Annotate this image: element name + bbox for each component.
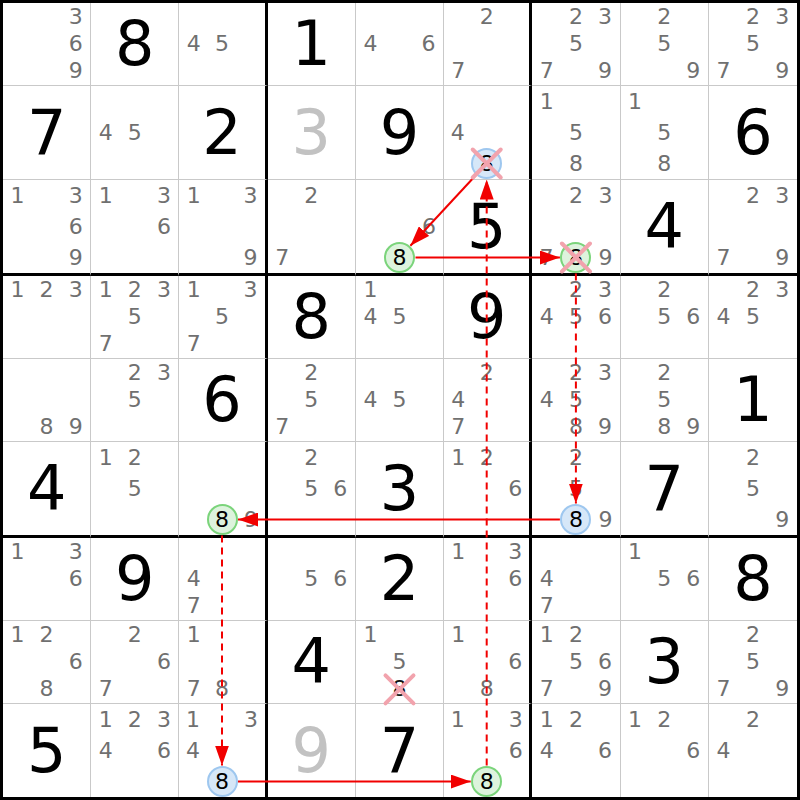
candidate-5[interactable]: 5	[304, 478, 318, 500]
candidate-5[interactable]: 5	[657, 389, 671, 411]
cell-r7c6[interactable]: 136	[444, 538, 532, 621]
cell-r3c8[interactable]: 4	[621, 180, 709, 276]
chain-node-green-8[interactable]: 8	[207, 504, 238, 535]
candidate-2[interactable]: 2	[746, 279, 760, 301]
candidate-1[interactable]: 1	[187, 185, 201, 207]
candidate-5[interactable]: 5	[392, 651, 406, 673]
candidate-9[interactable]: 9	[69, 247, 83, 269]
cell-r9c3[interactable]: 1348	[179, 704, 267, 797]
candidate-6[interactable]: 6	[157, 651, 171, 673]
candidate-2[interactable]: 2	[569, 6, 583, 28]
cell-r7c2[interactable]: 9	[91, 538, 179, 621]
candidate-5[interactable]: 5	[215, 306, 229, 328]
candidate-6[interactable]: 6	[598, 740, 612, 762]
candidate-9[interactable]: 9	[243, 247, 257, 269]
cell-r6c7[interactable]: 2589	[532, 442, 620, 538]
candidate-6[interactable]: 6	[333, 478, 347, 500]
pencil-marks: 1268	[3, 621, 90, 703]
pencil-marks: 168	[444, 621, 529, 703]
solved-digit: 6	[179, 359, 264, 441]
candidate-1[interactable]: 1	[451, 624, 465, 646]
cell-r1c1[interactable]: 369	[3, 3, 91, 86]
candidate-5[interactable]: 5	[746, 33, 760, 55]
candidate-6[interactable]: 6	[508, 478, 522, 500]
candidate-5[interactable]: 5	[128, 478, 142, 500]
candidate-7[interactable]: 7	[187, 678, 201, 700]
candidate-2[interactable]: 2	[569, 447, 583, 469]
candidate-9[interactable]: 9	[598, 678, 612, 700]
candidate-9[interactable]: 9	[775, 678, 789, 700]
candidate-6[interactable]: 6	[69, 568, 83, 590]
cell-r6c8[interactable]: 7	[621, 442, 709, 538]
cell-r8c4[interactable]: 4	[268, 621, 356, 704]
cell-r5c5[interactable]: 45	[356, 359, 444, 442]
candidate-7[interactable]: 7	[99, 333, 113, 355]
candidate-5[interactable]: 5	[304, 389, 318, 411]
cell-r6c1[interactable]: 4	[3, 442, 91, 538]
candidate-1[interactable]: 1	[628, 91, 642, 113]
cell-r8c9[interactable]: 2579	[709, 621, 797, 704]
placed-digit: 3	[268, 86, 355, 179]
candidate-4[interactable]: 4	[540, 568, 554, 590]
cell-r8c6[interactable]: 168	[444, 621, 532, 704]
candidate-5[interactable]: 5	[746, 306, 760, 328]
candidate-4[interactable]: 4	[451, 389, 465, 411]
pencil-marks: 23456	[532, 276, 619, 358]
candidate-7[interactable]: 7	[540, 60, 554, 82]
candidate-9[interactable]: 9	[598, 509, 612, 531]
candidate-2[interactable]: 2	[480, 362, 494, 384]
candidate-7[interactable]: 7	[540, 678, 554, 700]
solved-digit: 7	[3, 86, 90, 179]
candidate-5[interactable]: 5	[657, 306, 671, 328]
candidate-6[interactable]: 6	[686, 568, 700, 590]
candidate-4[interactable]: 4	[716, 740, 730, 762]
cell-r4c8[interactable]: 256	[621, 276, 709, 359]
cell-r4c6[interactable]: 9	[444, 276, 532, 359]
cell-r4c1[interactable]: 123	[3, 276, 91, 359]
candidate-5[interactable]: 5	[746, 478, 760, 500]
cell-r7c5[interactable]: 2	[356, 538, 444, 621]
cell-r1c7[interactable]: 23579	[532, 3, 620, 86]
candidate-7[interactable]: 7	[716, 678, 730, 700]
cell-r8c5[interactable]: 158	[356, 621, 444, 704]
candidate-2[interactable]: 2	[746, 6, 760, 28]
cell-r1c2[interactable]: 8	[91, 3, 179, 86]
candidate-1[interactable]: 1	[187, 624, 201, 646]
candidate-2[interactable]: 2	[304, 185, 318, 207]
candidate-2[interactable]: 2	[746, 447, 760, 469]
candidate-4[interactable]: 4	[451, 122, 465, 144]
cell-r6c6[interactable]: 126	[444, 442, 532, 538]
candidate-9[interactable]: 9	[69, 416, 83, 438]
cell-r4c7[interactable]: 23456	[532, 276, 620, 359]
pencil-marks: 136	[444, 538, 529, 620]
candidate-2[interactable]: 2	[480, 447, 494, 469]
candidate-2[interactable]: 2	[304, 362, 318, 384]
candidate-8[interactable]: 8	[40, 416, 54, 438]
candidate-9[interactable]: 9	[686, 416, 700, 438]
candidate-5[interactable]: 5	[128, 306, 142, 328]
candidate-3[interactable]: 3	[598, 185, 612, 207]
candidate-2[interactable]: 2	[569, 709, 583, 731]
cell-r6c9[interactable]: 259	[709, 442, 797, 538]
candidate-6[interactable]: 6	[508, 651, 522, 673]
cell-r4c3[interactable]: 1357	[179, 276, 267, 359]
candidate-5[interactable]: 5	[657, 122, 671, 144]
cell-r5c1[interactable]: 89	[3, 359, 91, 442]
candidate-1[interactable]: 1	[99, 279, 113, 301]
candidate-2[interactable]: 2	[657, 279, 671, 301]
cell-r4c2[interactable]: 12357	[91, 276, 179, 359]
candidate-2[interactable]: 2	[40, 624, 54, 646]
cell-r2c4[interactable]: 3	[268, 86, 356, 180]
candidate-4[interactable]: 4	[363, 33, 377, 55]
candidate-1[interactable]: 1	[451, 709, 465, 731]
candidate-1[interactable]: 1	[451, 541, 465, 563]
cell-r2c3[interactable]: 2	[179, 86, 267, 180]
candidate-8[interactable]: 8	[215, 678, 229, 700]
pencil-marks: 23789	[532, 180, 619, 273]
candidate-5[interactable]: 5	[304, 568, 318, 590]
pencil-marks: 23579	[709, 3, 797, 85]
candidate-6[interactable]: 6	[333, 568, 347, 590]
cell-r7c8[interactable]: 156	[621, 538, 709, 621]
cell-r9c7[interactable]: 1246	[532, 704, 620, 797]
candidate-1[interactable]: 1	[628, 709, 642, 731]
candidate-1[interactable]: 1	[540, 709, 554, 731]
candidate-5[interactable]: 5	[392, 389, 406, 411]
cell-r5c9[interactable]: 1	[709, 359, 797, 442]
candidate-1[interactable]: 1	[540, 91, 554, 113]
pencil-marks: 23579	[532, 3, 619, 85]
cell-r9c8[interactable]: 126	[621, 704, 709, 797]
candidate-2[interactable]: 2	[569, 624, 583, 646]
candidate-7[interactable]: 7	[539, 247, 553, 269]
cell-r1c9[interactable]: 23579	[709, 3, 797, 86]
cell-r8c1[interactable]: 1268	[3, 621, 91, 704]
solved-digit: 8	[91, 3, 178, 85]
candidate-3[interactable]: 3	[69, 185, 83, 207]
solved-digit: 9	[356, 86, 443, 179]
candidate-7[interactable]: 7	[275, 247, 289, 269]
candidate-9[interactable]: 9	[69, 60, 83, 82]
candidate-2[interactable]: 2	[128, 362, 142, 384]
candidate-6[interactable]: 6	[69, 33, 83, 55]
cell-r9c9[interactable]: 24	[709, 704, 797, 797]
candidate-4[interactable]: 4	[540, 389, 554, 411]
candidate-2[interactable]: 2	[657, 6, 671, 28]
cell-r7c3[interactable]: 47	[179, 538, 267, 621]
candidate-1[interactable]: 1	[628, 541, 642, 563]
solved-digit: 4	[268, 621, 355, 703]
candidate-5[interactable]: 5	[392, 306, 406, 328]
candidate-8[interactable]: 8	[657, 153, 671, 175]
cell-r5c8[interactable]: 2589	[621, 359, 709, 442]
cell-r3c4[interactable]: 27	[268, 180, 356, 276]
chain-node-green-8[interactable]: 8	[471, 766, 502, 797]
candidate-9[interactable]: 9	[244, 509, 258, 531]
cell-r2c1[interactable]: 7	[3, 86, 91, 180]
cell-r5c2[interactable]: 235	[91, 359, 179, 442]
solved-digit: 3	[356, 442, 443, 535]
candidate-9[interactable]: 9	[598, 60, 612, 82]
candidate-8[interactable]: 8	[569, 416, 583, 438]
pencil-marks: 259	[709, 442, 797, 535]
candidate-1[interactable]: 1	[451, 447, 465, 469]
candidate-5[interactable]: 5	[215, 33, 229, 55]
candidate-6[interactable]: 6	[598, 651, 612, 673]
cell-r4c9[interactable]: 2345	[709, 276, 797, 359]
candidate-2[interactable]: 2	[746, 624, 760, 646]
candidate-7[interactable]: 7	[187, 333, 201, 355]
cell-r9c5[interactable]: 7	[356, 704, 444, 797]
candidate-2[interactable]: 2	[480, 6, 494, 28]
candidate-6[interactable]: 6	[508, 568, 522, 590]
cell-r5c7[interactable]: 234589	[532, 359, 620, 442]
cell-r3c2[interactable]: 136	[91, 180, 179, 276]
candidate-2[interactable]: 2	[746, 185, 760, 207]
cell-r1c5[interactable]: 46	[356, 3, 444, 86]
candidate-9[interactable]: 9	[775, 509, 789, 531]
candidate-9[interactable]: 9	[775, 247, 789, 269]
cell-r5c4[interactable]: 257	[268, 359, 356, 442]
eliminated-candidate-8[interactable]: 8	[392, 678, 406, 700]
candidate-4[interactable]: 4	[99, 740, 113, 762]
cell-r2c6[interactable]: 48	[444, 86, 532, 180]
candidate-3[interactable]: 3	[157, 362, 171, 384]
candidate-3[interactable]: 3	[243, 279, 257, 301]
cell-r7c9[interactable]: 8	[709, 538, 797, 621]
cell-r9c6[interactable]: 1368	[444, 704, 532, 797]
candidate-1[interactable]: 1	[187, 279, 201, 301]
cell-r1c8[interactable]: 259	[621, 3, 709, 86]
candidate-3[interactable]: 3	[69, 279, 83, 301]
pencil-marks: 1368	[444, 704, 529, 797]
chain-node-blue-8[interactable]: 8	[560, 504, 591, 535]
candidate-6[interactable]: 6	[422, 216, 436, 238]
cell-r8c7[interactable]: 125679	[532, 621, 620, 704]
cell-r7c1[interactable]: 136	[3, 538, 91, 621]
cell-r3c6[interactable]: 5	[444, 180, 532, 276]
candidate-2[interactable]: 2	[128, 279, 142, 301]
cell-r3c1[interactable]: 1369	[3, 180, 91, 276]
candidate-5[interactable]: 5	[569, 33, 583, 55]
cell-r8c3[interactable]: 178	[179, 621, 267, 704]
candidate-6[interactable]: 6	[686, 740, 700, 762]
candidate-4[interactable]: 4	[363, 306, 377, 328]
candidate-3[interactable]: 3	[157, 279, 171, 301]
chain-node-blue-8[interactable]: 8	[471, 148, 502, 179]
candidate-3[interactable]: 3	[598, 6, 612, 28]
candidate-6[interactable]: 6	[157, 740, 171, 762]
candidate-9[interactable]: 9	[686, 60, 700, 82]
candidate-6[interactable]: 6	[686, 306, 700, 328]
candidate-9[interactable]: 9	[598, 416, 612, 438]
candidate-5[interactable]: 5	[569, 306, 583, 328]
cell-r3c3[interactable]: 139	[179, 180, 267, 276]
candidate-2[interactable]: 2	[569, 362, 583, 384]
candidate-2[interactable]: 2	[128, 709, 142, 731]
pencil-marks: 89	[3, 359, 90, 441]
candidate-1[interactable]: 1	[11, 541, 25, 563]
cell-r1c3[interactable]: 45	[179, 3, 267, 86]
cell-r8c2[interactable]: 267	[91, 621, 179, 704]
cell-r1c4[interactable]: 1	[268, 3, 356, 86]
candidate-5[interactable]: 5	[569, 478, 583, 500]
cell-r2c7[interactable]: 158	[532, 86, 620, 180]
candidate-4[interactable]: 4	[187, 33, 201, 55]
candidate-5[interactable]: 5	[657, 568, 671, 590]
candidate-4[interactable]: 4	[363, 389, 377, 411]
candidate-1[interactable]: 1	[186, 709, 200, 731]
candidate-3[interactable]: 3	[775, 185, 789, 207]
candidate-7[interactable]: 7	[716, 247, 730, 269]
candidate-2[interactable]: 2	[569, 279, 583, 301]
pencil-marks: 139	[179, 180, 264, 273]
sudoku-grid: 3698451462723579259235797452394815815861…	[3, 3, 797, 797]
cell-r9c4[interactable]: 9	[268, 704, 356, 797]
cell-r5c6[interactable]: 247	[444, 359, 532, 442]
pencil-marks: 2345	[709, 276, 797, 358]
candidate-3[interactable]: 3	[598, 362, 612, 384]
candidate-1[interactable]: 1	[363, 279, 377, 301]
candidate-4[interactable]: 4	[186, 740, 200, 762]
candidate-7[interactable]: 7	[275, 416, 289, 438]
chain-node-blue-8[interactable]: 8	[207, 766, 238, 797]
candidate-4[interactable]: 4	[540, 740, 554, 762]
candidate-8[interactable]: 8	[569, 153, 583, 175]
candidate-2[interactable]: 2	[657, 709, 671, 731]
cell-r6c2[interactable]: 125	[91, 442, 179, 538]
chain-node-green-8[interactable]: 8	[560, 242, 591, 273]
cell-r8c8[interactable]: 3	[621, 621, 709, 704]
candidate-1[interactable]: 1	[99, 185, 113, 207]
candidate-6[interactable]: 6	[422, 33, 436, 55]
candidate-7[interactable]: 7	[187, 595, 201, 617]
candidate-1[interactable]: 1	[99, 709, 113, 731]
pencil-marks: 46	[356, 3, 443, 85]
candidate-2[interactable]: 2	[657, 362, 671, 384]
pencil-marks: 1348	[179, 704, 264, 797]
candidate-1[interactable]: 1	[11, 279, 25, 301]
candidate-7[interactable]: 7	[540, 595, 554, 617]
candidate-1[interactable]: 1	[540, 624, 554, 646]
candidate-5[interactable]: 5	[569, 122, 583, 144]
cell-r3c7[interactable]: 23789	[532, 180, 620, 276]
solved-digit: 9	[444, 276, 529, 358]
cell-r7c7[interactable]: 47	[532, 538, 620, 621]
pencil-marks: 27	[444, 3, 529, 85]
cell-r6c5[interactable]: 3	[356, 442, 444, 538]
pencil-marks: 1369	[3, 180, 90, 273]
candidate-6[interactable]: 6	[598, 306, 612, 328]
chain-node-green-8[interactable]: 8	[384, 242, 415, 273]
cell-r9c1[interactable]: 5	[3, 704, 91, 797]
candidate-8[interactable]: 8	[480, 678, 494, 700]
candidate-5[interactable]: 5	[569, 389, 583, 411]
candidate-1[interactable]: 1	[99, 447, 113, 469]
candidate-2[interactable]: 2	[746, 709, 760, 731]
solved-digit: 4	[621, 180, 708, 273]
pencil-marks: 89	[179, 442, 264, 535]
candidate-1[interactable]: 1	[11, 185, 25, 207]
candidate-3[interactable]: 3	[157, 709, 171, 731]
candidate-3[interactable]: 3	[243, 185, 257, 207]
candidate-2[interactable]: 2	[40, 279, 54, 301]
candidate-9[interactable]: 9	[775, 60, 789, 82]
candidate-4[interactable]: 4	[99, 122, 113, 144]
candidate-6[interactable]: 6	[509, 740, 523, 762]
cell-r2c8[interactable]: 158	[621, 86, 709, 180]
candidate-3[interactable]: 3	[244, 709, 258, 731]
candidate-8[interactable]: 8	[40, 678, 54, 700]
cell-r7c4[interactable]: 56	[268, 538, 356, 621]
pencil-marks: 369	[3, 3, 90, 85]
placed-digit: 9	[268, 704, 355, 797]
cell-r2c9[interactable]: 6	[709, 86, 797, 180]
candidate-1[interactable]: 1	[363, 624, 377, 646]
candidate-6[interactable]: 6	[157, 216, 171, 238]
candidate-3[interactable]: 3	[69, 541, 83, 563]
candidate-9[interactable]: 9	[598, 247, 612, 269]
candidate-7[interactable]: 7	[99, 678, 113, 700]
cell-r2c2[interactable]: 45	[91, 86, 179, 180]
cell-r4c5[interactable]: 145	[356, 276, 444, 359]
candidate-5[interactable]: 5	[128, 389, 142, 411]
candidate-3[interactable]: 3	[157, 185, 171, 207]
pencil-marks: 156	[621, 538, 708, 620]
candidate-4[interactable]: 4	[187, 568, 201, 590]
cell-r9c2[interactable]: 12346	[91, 704, 179, 797]
cell-r1c6[interactable]: 27	[444, 3, 532, 86]
candidate-4[interactable]: 4	[716, 306, 730, 328]
candidate-5[interactable]: 5	[128, 122, 142, 144]
candidate-5[interactable]: 5	[746, 651, 760, 673]
candidate-2[interactable]: 2	[128, 624, 142, 646]
candidate-3[interactable]: 3	[598, 279, 612, 301]
candidate-3[interactable]: 3	[509, 709, 523, 731]
candidate-3[interactable]: 3	[775, 6, 789, 28]
candidate-5[interactable]: 5	[657, 33, 671, 55]
cell-r2c5[interactable]: 9	[356, 86, 444, 180]
candidate-2[interactable]: 2	[128, 447, 142, 469]
candidate-2[interactable]: 2	[304, 447, 318, 469]
candidate-7[interactable]: 7	[716, 60, 730, 82]
cell-r5c3[interactable]: 6	[179, 359, 267, 442]
cell-r3c9[interactable]: 2379	[709, 180, 797, 276]
candidate-3[interactable]: 3	[775, 279, 789, 301]
cell-r3c5[interactable]: 68	[356, 180, 444, 276]
candidate-4[interactable]: 4	[540, 306, 554, 328]
pencil-marks: 2579	[709, 621, 797, 703]
candidate-5[interactable]: 5	[569, 651, 583, 673]
cell-r6c4[interactable]: 256	[268, 442, 356, 538]
cell-r6c3[interactable]: 89	[179, 442, 267, 538]
candidate-3[interactable]: 3	[508, 541, 522, 563]
candidate-8[interactable]: 8	[657, 416, 671, 438]
candidate-7[interactable]: 7	[451, 416, 465, 438]
solved-digit: 1	[268, 3, 355, 85]
candidate-3[interactable]: 3	[69, 6, 83, 28]
cell-r4c4[interactable]: 8	[268, 276, 356, 359]
pencil-marks: 267	[91, 621, 178, 703]
candidate-1[interactable]: 1	[11, 624, 25, 646]
candidate-6[interactable]: 6	[69, 216, 83, 238]
candidate-6[interactable]: 6	[69, 651, 83, 673]
candidate-2[interactable]: 2	[569, 185, 583, 207]
candidate-7[interactable]: 7	[451, 60, 465, 82]
